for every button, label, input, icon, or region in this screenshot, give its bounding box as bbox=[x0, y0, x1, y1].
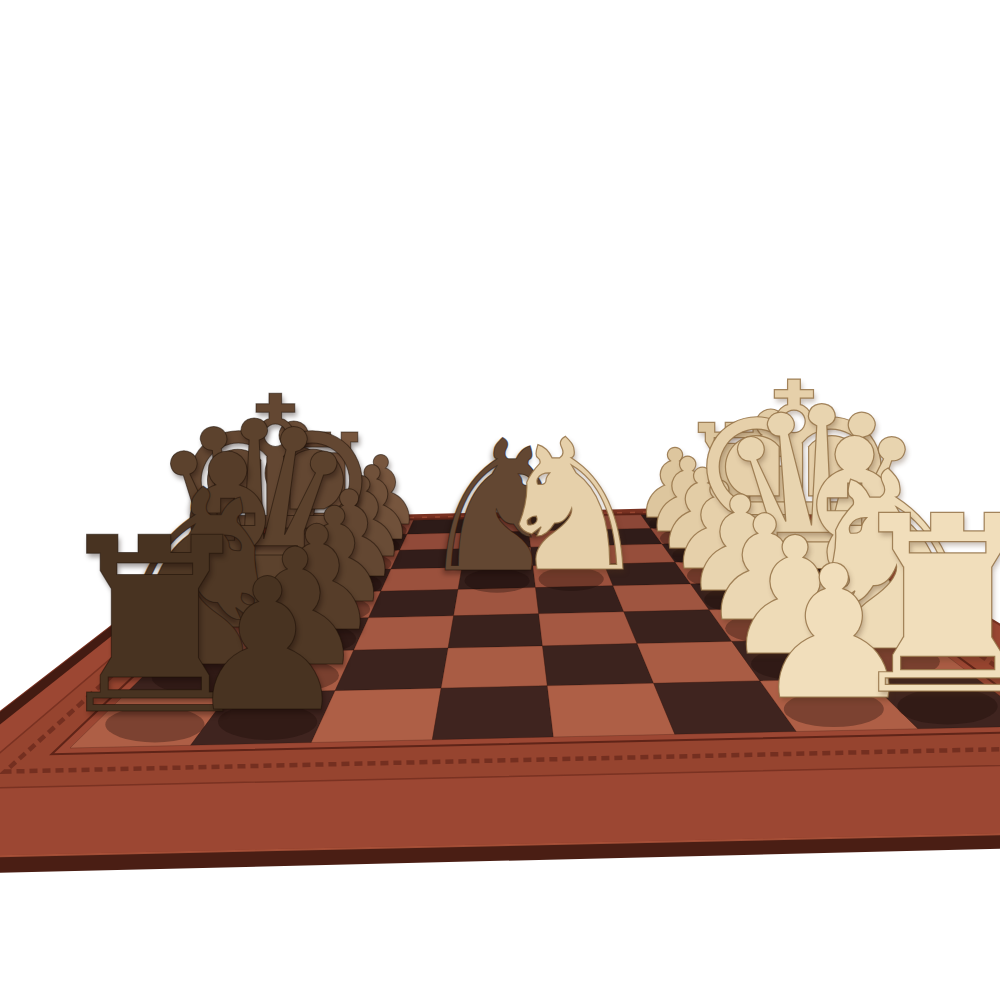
chess-set-product-photo: ♜♟♟♜♟♟♝♟♟♝♚♟♞♞♟♚♛♟♟♛♝♟♟♝♞♟♟♞♜♟♟♜ bbox=[0, 0, 1000, 1000]
piece-black-pawn-a7: ♟ bbox=[158, 555, 377, 738]
piece-white-rook-a1: ♜ bbox=[801, 485, 1000, 730]
pieces-layer: ♜♟♟♜♟♟♝♟♟♝♚♟♞♞♟♚♛♟♟♛♝♟♟♝♞♟♟♞♜♟♟♜ bbox=[0, 0, 1000, 1000]
